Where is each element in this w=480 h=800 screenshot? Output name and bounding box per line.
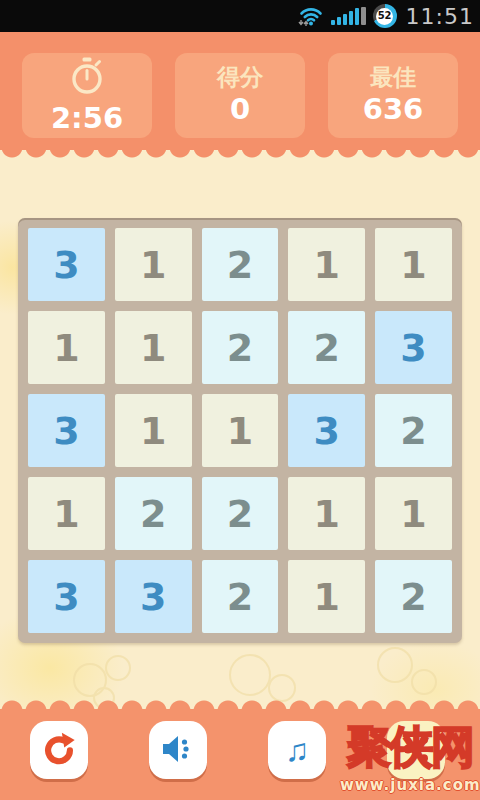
grid-cell[interactable]: 1 — [202, 394, 279, 467]
best-label: 最佳 — [370, 65, 416, 90]
grid-cell[interactable]: 1 — [375, 477, 452, 550]
share-icon — [400, 733, 432, 768]
grid-cell[interactable]: 2 — [375, 394, 452, 467]
grid-cell[interactable]: 2 — [202, 228, 279, 301]
grid-cell[interactable]: 2 — [375, 560, 452, 633]
best-value: 636 — [363, 94, 424, 126]
wifi-icon — [298, 5, 324, 27]
battery-percent: 52 — [376, 8, 393, 25]
bottom-bar: ♫ — [0, 697, 480, 800]
grid-cell[interactable]: 1 — [28, 477, 105, 550]
music-button[interactable]: ♫ — [268, 721, 326, 779]
grid-cell[interactable]: 2 — [288, 311, 365, 384]
grid-cell[interactable]: 2 — [115, 477, 192, 550]
grid-cell[interactable]: 1 — [288, 477, 365, 550]
sound-button[interactable] — [149, 721, 207, 779]
header-wave-edge — [0, 150, 480, 164]
grid-cell[interactable]: 1 — [115, 228, 192, 301]
toolbar: ♫ — [0, 721, 480, 779]
best-panel: 最佳 636 — [328, 53, 458, 138]
speaker-icon — [161, 734, 195, 767]
grid-cell[interactable]: 2 — [202, 477, 279, 550]
header-panels: 2:56 得分 0 最佳 636 — [0, 53, 480, 138]
restart-icon — [40, 730, 78, 771]
grid-cell[interactable]: 3 — [28, 394, 105, 467]
timer-panel: 2:56 — [22, 53, 152, 138]
grid-cell[interactable]: 1 — [288, 560, 365, 633]
restart-button[interactable] — [30, 721, 88, 779]
share-button[interactable] — [387, 721, 445, 779]
bottom-wave-edge — [0, 697, 480, 709]
grid-cell[interactable]: 2 — [202, 311, 279, 384]
grid-cell[interactable]: 1 — [115, 394, 192, 467]
grid-cell[interactable]: 3 — [28, 560, 105, 633]
score-value: 0 — [230, 94, 250, 126]
grid-cell[interactable]: 1 — [375, 228, 452, 301]
status-bar: 52 11:51 — [0, 0, 480, 32]
grid-cell[interactable]: 1 — [115, 311, 192, 384]
grid-cell[interactable]: 2 — [202, 560, 279, 633]
stopwatch-icon — [69, 57, 105, 99]
signal-bars-icon — [331, 7, 366, 25]
grid-cell[interactable]: 3 — [375, 311, 452, 384]
status-clock: 11:51 — [406, 4, 474, 29]
music-note-icon: ♫ — [285, 734, 309, 766]
grid-cell[interactable]: 3 — [288, 394, 365, 467]
battery-icon: 52 — [373, 4, 397, 28]
grid-cell[interactable]: 1 — [28, 311, 105, 384]
score-label: 得分 — [217, 65, 263, 90]
board: 3121111223311321221133212 — [18, 218, 462, 643]
timer-value: 2:56 — [51, 103, 123, 135]
grid-cell[interactable]: 3 — [115, 560, 192, 633]
grid-cell[interactable]: 3 — [28, 228, 105, 301]
score-panel: 得分 0 — [175, 53, 305, 138]
grid-cell[interactable]: 1 — [288, 228, 365, 301]
